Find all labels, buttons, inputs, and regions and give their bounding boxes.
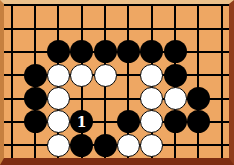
- black-stone: [117, 40, 140, 63]
- white-stone: [140, 134, 163, 157]
- black-stone: [187, 110, 210, 133]
- white-stone: [70, 64, 93, 87]
- black-stone: [187, 87, 210, 110]
- black-stone: [24, 64, 47, 87]
- white-stone: [140, 87, 163, 110]
- white-stone: [117, 134, 140, 157]
- black-stone: [164, 40, 187, 63]
- black-stone: [94, 134, 117, 157]
- white-stone: [47, 134, 70, 157]
- black-stone: [164, 110, 187, 133]
- white-stone: [94, 64, 117, 87]
- black-stone: [70, 134, 93, 157]
- black-stone: [164, 64, 187, 87]
- black-stone: [117, 110, 140, 133]
- black-stone: [24, 110, 47, 133]
- black-stone: [24, 87, 47, 110]
- marked-black-stone-1: 1: [70, 110, 93, 133]
- black-stone: [140, 40, 163, 63]
- white-stone: [47, 110, 70, 133]
- black-stone: [47, 40, 70, 63]
- grid-line-horizontal: [4, 4, 229, 6]
- white-stone: [47, 64, 70, 87]
- white-stone: [140, 64, 163, 87]
- white-stone: [47, 87, 70, 110]
- black-stone: [70, 40, 93, 63]
- black-stone: [94, 40, 117, 63]
- white-stone: [140, 110, 163, 133]
- go-board[interactable]: 1: [4, 4, 229, 158]
- move-number-label: 1: [77, 115, 87, 129]
- white-stone: [164, 87, 187, 110]
- board-frame: 1: [0, 0, 234, 165]
- grid-line-horizontal: [4, 28, 229, 30]
